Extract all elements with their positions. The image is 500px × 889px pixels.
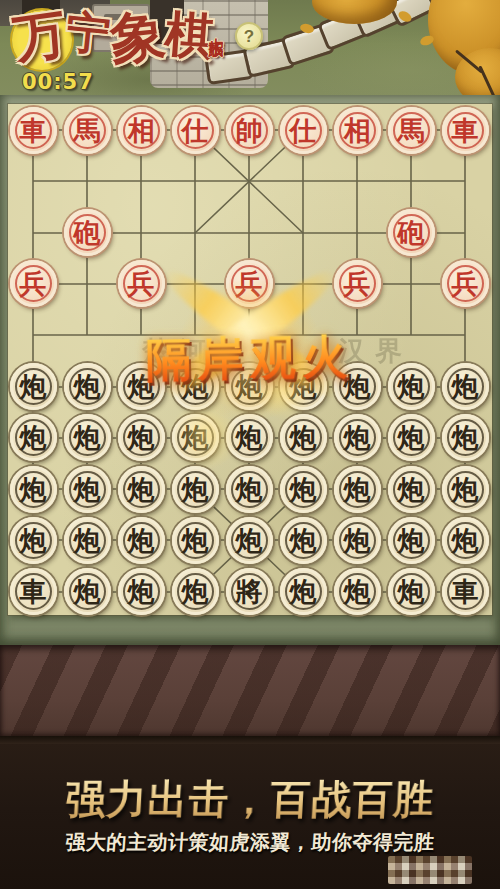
xiangqi-piece-red[interactable]: 仕	[280, 107, 327, 154]
xiangqi-piece-red[interactable]: 相	[334, 107, 381, 154]
xiangqi-piece-black[interactable]: 炮	[172, 517, 219, 564]
xiangqi-piece-black[interactable]: 炮	[226, 466, 273, 513]
xiangqi-piece-red[interactable]: 兵	[10, 260, 57, 307]
xiangqi-piece-black[interactable]: 車	[442, 568, 489, 615]
xiangqi-piece-black[interactable]: 炮	[226, 414, 273, 461]
xiangqi-piece-black[interactable]: 炮	[64, 568, 111, 615]
question-icon: ?	[244, 28, 254, 45]
xiangqi-piece-black[interactable]: 炮	[280, 414, 327, 461]
xiangqi-piece-black[interactable]: 炮	[334, 414, 381, 461]
xiangqi-piece-black[interactable]: 炮	[10, 517, 57, 564]
xiangqi-piece-black[interactable]: 車	[10, 568, 57, 615]
xiangqi-piece-red[interactable]: 車	[442, 107, 489, 154]
xiangqi-piece-red[interactable]: 兵	[118, 260, 165, 307]
xiangqi-piece-black[interactable]: 炮	[118, 568, 165, 615]
timer: 00:57	[22, 70, 94, 94]
game-screen: 楚河 汉界 車馬相仕帥仕相馬車砲砲兵兵兵兵兵炮炮炮炮炮炮炮炮炮炮炮炮炮炮炮炮炮炮…	[0, 0, 500, 889]
xiangqi-piece-black[interactable]: 炮	[172, 414, 219, 461]
help-button[interactable]: ?	[235, 22, 263, 50]
plank-edge	[0, 736, 500, 744]
xiangqi-piece-black[interactable]: 炮	[118, 517, 165, 564]
xiangqi-piece-black[interactable]: 炮	[442, 466, 489, 513]
xiangqi-piece-black[interactable]: 炮	[388, 517, 435, 564]
xiangqi-piece-red[interactable]: 車	[10, 107, 57, 154]
xiangqi-piece-black[interactable]: 炮	[442, 517, 489, 564]
xiangqi-piece-red[interactable]: 馬	[64, 107, 111, 154]
xiangqi-piece-red[interactable]: 帥	[226, 107, 273, 154]
xiangqi-piece-black[interactable]: 炮	[118, 466, 165, 513]
xiangqi-piece-black[interactable]: 炮	[172, 466, 219, 513]
xiangqi-piece-red[interactable]: 兵	[334, 260, 381, 307]
footer-headline: 强力出击，百战百胜	[0, 772, 500, 827]
xiangqi-piece-red[interactable]: 兵	[442, 260, 489, 307]
pixelated-watermark	[388, 856, 472, 884]
xiangqi-piece-black[interactable]: 炮	[334, 517, 381, 564]
xiangqi-piece-red[interactable]: 兵	[226, 260, 273, 307]
xiangqi-piece-black[interactable]: 炮	[10, 414, 57, 461]
xiangqi-piece-black[interactable]: 炮	[442, 414, 489, 461]
xiangqi-piece-red[interactable]: 馬	[388, 107, 435, 154]
logo-title: 万宁象棋	[14, 8, 214, 63]
xiangqi-piece-black[interactable]: 炮	[388, 568, 435, 615]
xiangqi-piece-red[interactable]: 砲	[64, 209, 111, 256]
footer-banner: 强力出击，百战百胜 强大的主动计策如虎添翼，助你夺得完胜	[0, 744, 500, 889]
xiangqi-piece-red[interactable]: 仕	[172, 107, 219, 154]
wood-plank-band	[0, 645, 500, 738]
xiangqi-piece-black[interactable]: 炮	[280, 517, 327, 564]
xiangqi-piece-black[interactable]: 炮	[10, 466, 57, 513]
xiangqi-piece-black[interactable]: 炮	[118, 414, 165, 461]
xiangqi-piece-black[interactable]: 炮	[388, 414, 435, 461]
xiangqi-piece-black[interactable]: 炮	[172, 568, 219, 615]
xiangqi-piece-black[interactable]: 炮	[280, 568, 327, 615]
xiangqi-piece-red[interactable]: 相	[118, 107, 165, 154]
xiangqi-piece-black[interactable]: 炮	[334, 568, 381, 615]
footer-subline: 强大的主动计策如虎添翼，助你夺得完胜	[0, 829, 500, 856]
xiangqi-piece-black[interactable]: 將	[226, 568, 273, 615]
xiangqi-piece-black[interactable]: 炮	[280, 466, 327, 513]
xiangqi-piece-black[interactable]: 炮	[334, 466, 381, 513]
xiangqi-piece-black[interactable]: 炮	[64, 414, 111, 461]
skill-banner-text: 隔岸观火	[0, 324, 500, 395]
xiangqi-piece-black[interactable]: 炮	[64, 466, 111, 513]
game-logo: 万宁象棋 大招版	[10, 6, 250, 78]
xiangqi-piece-black[interactable]: 炮	[64, 517, 111, 564]
xiangqi-piece-red[interactable]: 砲	[388, 209, 435, 256]
xiangqi-piece-black[interactable]: 炮	[388, 466, 435, 513]
xiangqi-piece-black[interactable]: 炮	[226, 517, 273, 564]
logo-edition-label: 大招版	[206, 26, 225, 88]
